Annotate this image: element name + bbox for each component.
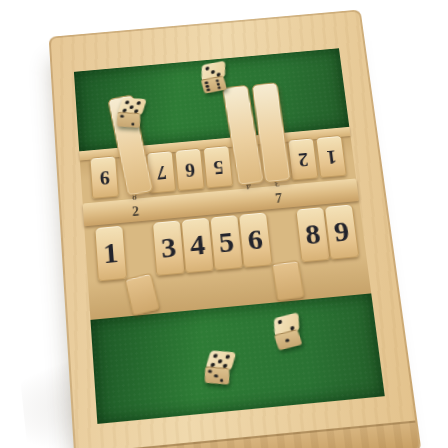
die-pip: [205, 84, 209, 87]
die-pip: [216, 82, 220, 85]
die-pip: [206, 88, 210, 91]
die-pip: [225, 354, 231, 358]
die-pip: [215, 79, 219, 82]
rail-number-near-7: 7: [265, 190, 293, 208]
die-pip: [213, 353, 219, 357]
die-pip: [136, 101, 141, 105]
far-tile-9-open[interactable]: 9: [89, 155, 118, 198]
die-pip: [120, 115, 123, 118]
die-pip: [217, 358, 223, 362]
far-tile-1-open[interactable]: 1: [315, 135, 346, 178]
die-near-2[interactable]: [270, 313, 306, 352]
near-tile-1-open[interactable]: 1: [94, 225, 127, 282]
die-far-1[interactable]: [116, 98, 146, 129]
far-tile-number: 9: [99, 166, 110, 188]
die-pip: [217, 86, 221, 89]
near-tile-7-shut[interactable]: [271, 260, 304, 301]
die-pip: [209, 370, 213, 373]
box-front-wall: [76, 421, 419, 448]
far-tile-number: 1: [325, 145, 337, 167]
shut-the-box-game: 987654321123456789: [49, 9, 422, 448]
far-tile-number: 7: [155, 161, 167, 183]
near-tile-number: 8: [303, 217, 322, 251]
die-pip: [204, 81, 208, 84]
rail-number-near-2: 2: [122, 203, 150, 221]
near-tile-number: 3: [160, 230, 178, 264]
near-tile-number: 9: [332, 215, 351, 249]
die-side-face: [205, 366, 230, 384]
die-side-face: [117, 112, 141, 128]
near-tile-9-open[interactable]: 9: [324, 203, 360, 259]
far-tile-2-open[interactable]: 2: [287, 137, 318, 180]
near-tile-number: 5: [217, 225, 235, 259]
die-pip: [124, 101, 129, 105]
near-tile-2-shut[interactable]: [124, 273, 159, 316]
die-pip: [277, 320, 282, 325]
far-tile-6-open[interactable]: 6: [174, 148, 204, 191]
die-pip: [220, 379, 224, 382]
die-pip: [128, 105, 133, 109]
die-far-2[interactable]: [198, 60, 231, 94]
far-tile-number: 6: [184, 158, 196, 180]
product-photo: 987654321123456789: [0, 0, 448, 448]
near-tile-6-open[interactable]: 6: [238, 211, 273, 267]
die-pip: [285, 339, 289, 343]
die-pip: [214, 374, 218, 377]
near-tile-number: 1: [102, 236, 119, 270]
far-tile-number: 2: [297, 148, 309, 170]
tile-band: 987654321123456789: [79, 127, 371, 320]
die-pip: [205, 66, 209, 70]
die-pip: [131, 123, 134, 126]
far-tile-number: 5: [212, 156, 224, 178]
die-near-1[interactable]: [204, 350, 235, 386]
box-interior: 987654321123456789: [74, 48, 385, 424]
far-tile-5-open[interactable]: 5: [203, 145, 233, 188]
near-tile-number: 6: [246, 222, 264, 256]
die-pip: [210, 69, 214, 73]
near-tile-number: 4: [189, 228, 207, 262]
